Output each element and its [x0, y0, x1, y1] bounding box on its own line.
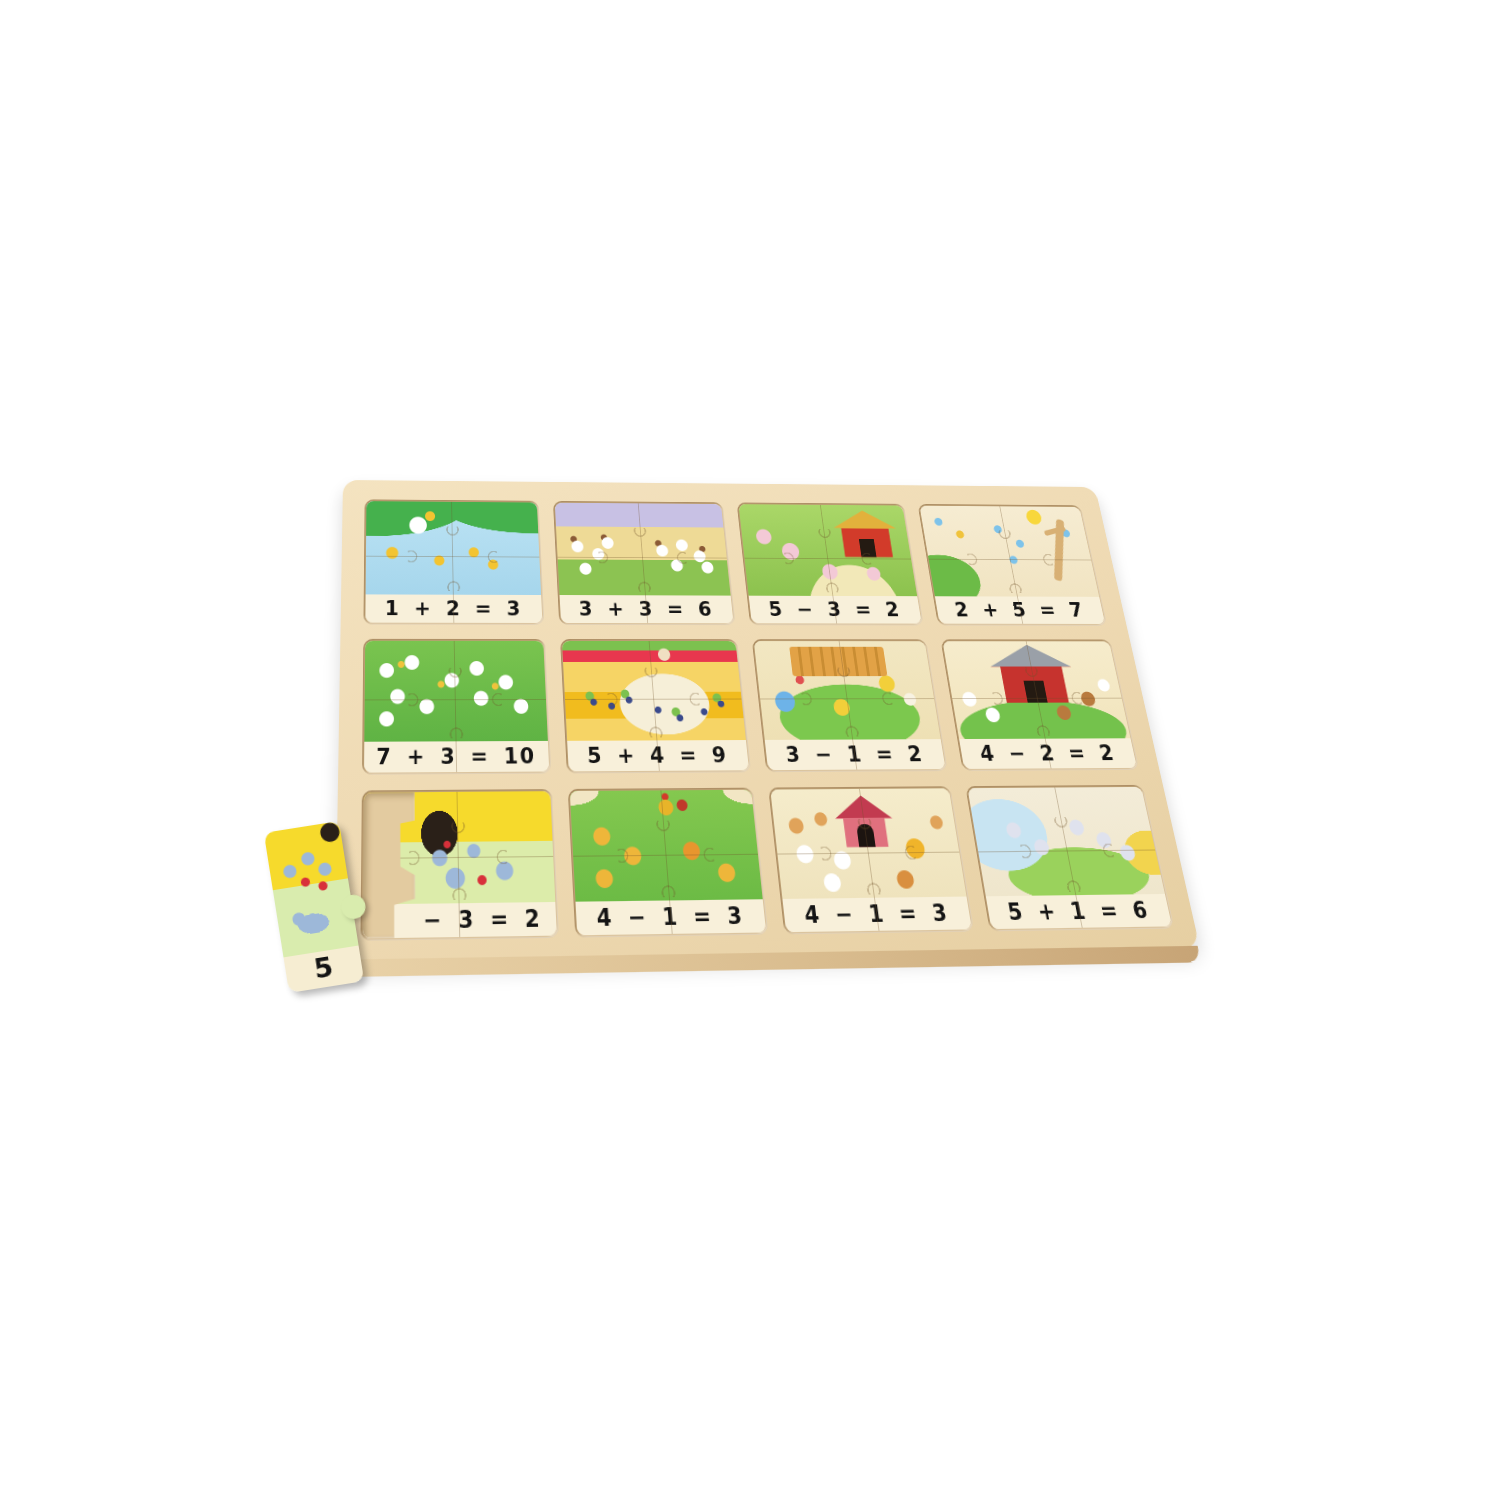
equation-label: 5 + 1 = 6 — [985, 894, 1172, 929]
doghouse-graphic — [832, 795, 897, 847]
tile-hens[interactable]: 4 − 1 = 3 — [569, 790, 766, 935]
tile-birds-tree[interactable]: 2 + 5 = 7 — [919, 506, 1105, 624]
tile-scene-sheep — [364, 640, 547, 742]
equation-label: 1 + 2 = 3 — [365, 594, 542, 623]
product-photo-canvas: 1 + 2 = 3 3 + 3 = 6 5 − 3 = 2 — [0, 0, 1500, 1500]
tile-scene-ants — [561, 641, 745, 742]
tile-ants-path[interactable]: 5 + 4 = 9 — [561, 641, 749, 772]
tile-scene-ducks — [366, 501, 541, 594]
puzzle-board: 1 + 2 = 3 3 + 3 = 6 5 − 3 = 2 — [335, 480, 1200, 962]
tile-scene-cats — [754, 641, 941, 740]
tile-mice-incomplete[interactable]: − 3 = 2 — [363, 792, 557, 939]
tile-dogs-doghouse[interactable]: 4 − 1 = 3 — [770, 789, 971, 933]
tile-cats-fence[interactable]: 3 − 1 = 2 — [754, 641, 945, 771]
tile-slot: − 3 = 2 — [360, 789, 558, 940]
wooden-fence-graphic — [789, 647, 887, 676]
equation-label: 5 − 3 = 2 — [749, 595, 922, 623]
tile-scene-birds — [919, 506, 1099, 597]
tile-scene-rabbits — [967, 787, 1165, 896]
equation-label: 4 − 1 = 3 — [782, 897, 971, 933]
tile-slot: 7 + 3 = 10 — [362, 639, 551, 776]
tile-ducks[interactable]: 1 + 2 = 3 — [365, 501, 542, 622]
tile-rabbits[interactable]: 5 + 1 = 6 — [967, 787, 1172, 929]
equation-label: 7 + 3 = 10 — [364, 741, 549, 773]
equation-label: 3 − 1 = 2 — [765, 739, 945, 770]
equation-label: 2 + 5 = 7 — [934, 596, 1105, 624]
tile-scene-pink-sheep — [739, 504, 917, 596]
tile-geese[interactable]: 3 + 3 = 6 — [554, 503, 733, 623]
tile-sheep-meadow[interactable]: 7 + 3 = 10 — [364, 640, 549, 773]
tile-slot: 4 − 1 = 3 — [768, 787, 974, 935]
tile-slot: 5 + 4 = 9 — [560, 639, 752, 774]
tile-slot: 3 − 1 = 2 — [752, 639, 948, 773]
tile-scene-geese — [554, 503, 730, 596]
tile-slot: 5 + 1 = 6 — [965, 785, 1175, 931]
equation-label: 4 − 1 = 3 — [575, 899, 766, 935]
tile-grid: 1 + 2 = 3 3 + 3 = 6 5 − 3 = 2 — [360, 499, 1174, 940]
equation-label: 3 + 3 = 6 — [559, 595, 733, 623]
tile-scene-horses — [942, 641, 1130, 739]
tile-slot: 4 − 1 = 3 — [567, 788, 768, 938]
equation-label: 5 + 4 = 9 — [567, 740, 749, 771]
tile-slot: 2 + 5 = 7 — [917, 504, 1107, 625]
tile-slot: 4 − 2 = 2 — [940, 639, 1139, 771]
red-barn-graphic — [831, 510, 900, 557]
red-barn-graphic — [986, 645, 1078, 703]
tile-slot: 1 + 2 = 3 — [363, 499, 543, 624]
tile-horses-barn[interactable]: 4 − 2 = 2 — [942, 641, 1137, 769]
board-side-edge — [337, 946, 1201, 977]
tile-slot: 3 + 3 = 6 — [552, 501, 735, 625]
tile-scene-dogs — [770, 789, 966, 899]
tile-scene-hens — [569, 790, 762, 902]
tile-slot: 5 − 3 = 2 — [737, 502, 924, 625]
equation-label: 4 − 2 = 2 — [959, 739, 1137, 770]
tree-trunk-graphic — [1054, 519, 1064, 582]
tile-pink-sheep-barn[interactable]: 5 − 3 = 2 — [739, 504, 922, 623]
